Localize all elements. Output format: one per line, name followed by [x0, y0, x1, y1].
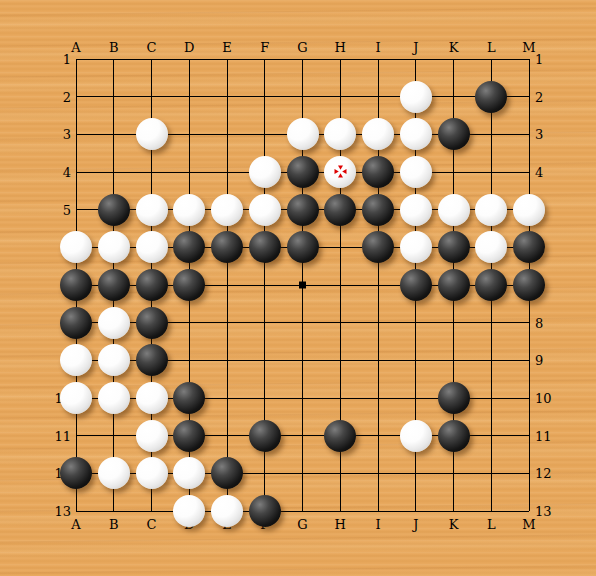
stone-black — [249, 420, 281, 452]
intersection-L3[interactable] — [472, 115, 510, 153]
intersection-B7[interactable] — [95, 266, 133, 304]
intersection-I7[interactable] — [359, 266, 397, 304]
intersection-A1[interactable] — [57, 40, 95, 78]
intersection-I5[interactable] — [359, 191, 397, 229]
intersection-I10[interactable] — [359, 379, 397, 417]
intersection-M13[interactable] — [510, 492, 548, 530]
stone-black — [287, 156, 319, 188]
stone-white — [136, 194, 168, 226]
intersection-C12[interactable] — [133, 454, 171, 492]
intersection-K3[interactable] — [435, 115, 473, 153]
intersection-J5[interactable] — [397, 191, 435, 229]
intersection-E3[interactable] — [208, 115, 246, 153]
intersection-F1[interactable] — [246, 40, 284, 78]
stone-black — [287, 194, 319, 226]
intersection-D13[interactable] — [170, 492, 208, 530]
intersection-M7[interactable] — [510, 266, 548, 304]
intersection-E12[interactable] — [208, 454, 246, 492]
intersection-G2[interactable] — [284, 78, 322, 116]
intersection-D8[interactable] — [170, 304, 208, 342]
stone-white — [98, 382, 130, 414]
intersection-A3[interactable] — [57, 115, 95, 153]
intersection-K10[interactable] — [435, 379, 473, 417]
stone-black — [211, 457, 243, 489]
intersection-G9[interactable] — [284, 341, 322, 379]
intersection-C11[interactable] — [133, 417, 171, 455]
stone-black — [475, 81, 507, 113]
intersection-F10[interactable] — [246, 379, 284, 417]
intersection-B1[interactable] — [95, 40, 133, 78]
intersection-J7[interactable] — [397, 266, 435, 304]
intersection-H12[interactable] — [321, 454, 359, 492]
intersection-G3[interactable] — [284, 115, 322, 153]
stone-white — [475, 231, 507, 263]
stone-black — [438, 420, 470, 452]
stone-black — [173, 231, 205, 263]
stone-black — [438, 269, 470, 301]
intersection-E11[interactable] — [208, 417, 246, 455]
intersection-C6[interactable] — [133, 228, 171, 266]
intersection-D4[interactable] — [170, 153, 208, 191]
intersection-H5[interactable] — [321, 191, 359, 229]
intersection-I9[interactable] — [359, 341, 397, 379]
intersection-A11[interactable] — [57, 417, 95, 455]
intersection-B6[interactable] — [95, 228, 133, 266]
intersection-B3[interactable] — [95, 115, 133, 153]
stone-white — [98, 231, 130, 263]
stone-white — [136, 420, 168, 452]
intersection-L10[interactable] — [472, 379, 510, 417]
stone-black — [249, 231, 281, 263]
intersection-B8[interactable] — [95, 304, 133, 342]
intersection-H1[interactable] — [321, 40, 359, 78]
intersection-J8[interactable] — [397, 304, 435, 342]
intersection-B5[interactable] — [95, 191, 133, 229]
stone-white — [324, 118, 356, 150]
intersection-A2[interactable] — [57, 78, 95, 116]
intersection-H4[interactable] — [321, 153, 359, 191]
stone-black — [362, 231, 394, 263]
intersection-F9[interactable] — [246, 341, 284, 379]
intersection-H6[interactable] — [321, 228, 359, 266]
intersection-B10[interactable] — [95, 379, 133, 417]
last-move-marker — [334, 165, 347, 178]
intersection-G4[interactable] — [284, 153, 322, 191]
intersection-K5[interactable] — [435, 191, 473, 229]
intersection-J1[interactable] — [397, 40, 435, 78]
intersection-G6[interactable] — [284, 228, 322, 266]
stone-black — [324, 194, 356, 226]
intersection-L12[interactable] — [472, 454, 510, 492]
intersection-I8[interactable] — [359, 304, 397, 342]
intersection-G12[interactable] — [284, 454, 322, 492]
stone-white — [400, 231, 432, 263]
go-board[interactable] — [57, 40, 548, 530]
stone-white — [136, 231, 168, 263]
stone-black — [211, 231, 243, 263]
stone-white — [98, 344, 130, 376]
intersection-K1[interactable] — [435, 40, 473, 78]
intersection-B4[interactable] — [95, 153, 133, 191]
intersection-D7[interactable] — [170, 266, 208, 304]
stone-black — [98, 194, 130, 226]
intersection-F6[interactable] — [246, 228, 284, 266]
intersection-E10[interactable] — [208, 379, 246, 417]
intersection-J6[interactable] — [397, 228, 435, 266]
stone-white — [400, 81, 432, 113]
stone-white — [211, 495, 243, 527]
intersection-G11[interactable] — [284, 417, 322, 455]
intersection-M10[interactable] — [510, 379, 548, 417]
intersection-C7[interactable] — [133, 266, 171, 304]
stone-white — [324, 156, 356, 188]
stone-white — [438, 194, 470, 226]
intersection-I11[interactable] — [359, 417, 397, 455]
intersection-F12[interactable] — [246, 454, 284, 492]
intersection-A4[interactable] — [57, 153, 95, 191]
stone-white — [60, 344, 92, 376]
intersection-E13[interactable] — [208, 492, 246, 530]
intersection-D5[interactable] — [170, 191, 208, 229]
intersection-L6[interactable] — [472, 228, 510, 266]
intersection-E9[interactable] — [208, 341, 246, 379]
intersection-J12[interactable] — [397, 454, 435, 492]
intersection-H13[interactable] — [321, 492, 359, 530]
intersection-J4[interactable] — [397, 153, 435, 191]
intersection-M9[interactable] — [510, 341, 548, 379]
intersection-J13[interactable] — [397, 492, 435, 530]
intersection-K11[interactable] — [435, 417, 473, 455]
intersection-E7[interactable] — [208, 266, 246, 304]
intersection-F11[interactable] — [246, 417, 284, 455]
intersection-C10[interactable] — [133, 379, 171, 417]
intersection-L4[interactable] — [472, 153, 510, 191]
stone-black — [136, 307, 168, 339]
intersection-C9[interactable] — [133, 341, 171, 379]
intersection-M5[interactable] — [510, 191, 548, 229]
intersection-D11[interactable] — [170, 417, 208, 455]
stone-white — [475, 194, 507, 226]
intersection-A10[interactable] — [57, 379, 95, 417]
intersection-E1[interactable] — [208, 40, 246, 78]
stone-black — [173, 382, 205, 414]
stone-white — [98, 307, 130, 339]
stone-black — [324, 420, 356, 452]
stone-white — [400, 194, 432, 226]
intersection-J9[interactable] — [397, 341, 435, 379]
stone-white — [136, 457, 168, 489]
stone-black — [173, 420, 205, 452]
stone-white — [98, 457, 130, 489]
intersection-J11[interactable] — [397, 417, 435, 455]
intersection-M1[interactable] — [510, 40, 548, 78]
intersection-L2[interactable] — [472, 78, 510, 116]
stone-white — [287, 118, 319, 150]
stone-black — [60, 307, 92, 339]
intersection-K6[interactable] — [435, 228, 473, 266]
intersection-E5[interactable] — [208, 191, 246, 229]
intersection-H9[interactable] — [321, 341, 359, 379]
intersection-F4[interactable] — [246, 153, 284, 191]
intersection-L7[interactable] — [472, 266, 510, 304]
intersection-D3[interactable] — [170, 115, 208, 153]
intersection-J2[interactable] — [397, 78, 435, 116]
intersection-D6[interactable] — [170, 228, 208, 266]
intersection-E8[interactable] — [208, 304, 246, 342]
stone-black — [98, 269, 130, 301]
stone-black — [513, 231, 545, 263]
intersection-M4[interactable] — [510, 153, 548, 191]
intersection-K12[interactable] — [435, 454, 473, 492]
intersection-H11[interactable] — [321, 417, 359, 455]
intersection-A9[interactable] — [57, 341, 95, 379]
intersection-M3[interactable] — [510, 115, 548, 153]
intersection-F8[interactable] — [246, 304, 284, 342]
intersection-C13[interactable] — [133, 492, 171, 530]
intersection-I1[interactable] — [359, 40, 397, 78]
intersection-I2[interactable] — [359, 78, 397, 116]
stone-black — [136, 269, 168, 301]
intersection-C8[interactable] — [133, 304, 171, 342]
intersection-I12[interactable] — [359, 454, 397, 492]
intersection-I4[interactable] — [359, 153, 397, 191]
intersection-G13[interactable] — [284, 492, 322, 530]
stone-black — [287, 231, 319, 263]
intersection-H2[interactable] — [321, 78, 359, 116]
stone-black — [438, 382, 470, 414]
intersection-K9[interactable] — [435, 341, 473, 379]
stone-white — [173, 194, 205, 226]
stone-black — [438, 118, 470, 150]
intersection-D10[interactable] — [170, 379, 208, 417]
intersection-F13[interactable] — [246, 492, 284, 530]
go-game-screen: { "game": "Go", "board": { "size": 13, "… — [0, 0, 596, 576]
intersection-J3[interactable] — [397, 115, 435, 153]
intersection-G1[interactable] — [284, 40, 322, 78]
intersection-D1[interactable] — [170, 40, 208, 78]
stone-white — [400, 118, 432, 150]
intersection-A8[interactable] — [57, 304, 95, 342]
intersection-A6[interactable] — [57, 228, 95, 266]
stone-white — [211, 194, 243, 226]
intersection-K8[interactable] — [435, 304, 473, 342]
intersection-F3[interactable] — [246, 115, 284, 153]
intersection-C2[interactable] — [133, 78, 171, 116]
intersection-J10[interactable] — [397, 379, 435, 417]
intersection-L13[interactable] — [472, 492, 510, 530]
intersection-L5[interactable] — [472, 191, 510, 229]
stone-white — [60, 231, 92, 263]
stone-black — [60, 457, 92, 489]
intersection-A5[interactable] — [57, 191, 95, 229]
intersection-E6[interactable] — [208, 228, 246, 266]
intersection-C5[interactable] — [133, 191, 171, 229]
stone-black — [362, 156, 394, 188]
stone-black — [475, 269, 507, 301]
intersection-L8[interactable] — [472, 304, 510, 342]
stone-white — [173, 457, 205, 489]
intersection-K2[interactable] — [435, 78, 473, 116]
intersection-G10[interactable] — [284, 379, 322, 417]
intersection-E2[interactable] — [208, 78, 246, 116]
intersection-E4[interactable] — [208, 153, 246, 191]
intersection-F7[interactable] — [246, 266, 284, 304]
stone-black — [136, 344, 168, 376]
intersection-D12[interactable] — [170, 454, 208, 492]
intersection-K7[interactable] — [435, 266, 473, 304]
stone-black — [173, 269, 205, 301]
intersection-B2[interactable] — [95, 78, 133, 116]
intersection-B12[interactable] — [95, 454, 133, 492]
intersection-B9[interactable] — [95, 341, 133, 379]
intersection-M12[interactable] — [510, 454, 548, 492]
stone-white — [249, 194, 281, 226]
intersection-H10[interactable] — [321, 379, 359, 417]
stone-white — [400, 420, 432, 452]
intersection-C4[interactable] — [133, 153, 171, 191]
stone-white — [362, 118, 394, 150]
intersection-H3[interactable] — [321, 115, 359, 153]
intersection-B11[interactable] — [95, 417, 133, 455]
intersection-G7[interactable] — [284, 266, 322, 304]
stone-white — [173, 495, 205, 527]
stone-white — [136, 382, 168, 414]
intersection-L9[interactable] — [472, 341, 510, 379]
intersection-D9[interactable] — [170, 341, 208, 379]
intersection-I6[interactable] — [359, 228, 397, 266]
intersection-A7[interactable] — [57, 266, 95, 304]
intersection-F5[interactable] — [246, 191, 284, 229]
stone-black — [249, 495, 281, 527]
intersection-A12[interactable] — [57, 454, 95, 492]
intersection-K13[interactable] — [435, 492, 473, 530]
intersection-A13[interactable] — [57, 492, 95, 530]
stone-black — [400, 269, 432, 301]
stone-white — [136, 118, 168, 150]
intersection-M8[interactable] — [510, 304, 548, 342]
stone-black — [60, 269, 92, 301]
stone-white — [400, 156, 432, 188]
intersection-L1[interactable] — [472, 40, 510, 78]
intersection-H8[interactable] — [321, 304, 359, 342]
intersection-H7[interactable] — [321, 266, 359, 304]
intersection-G8[interactable] — [284, 304, 322, 342]
intersection-M11[interactable] — [510, 417, 548, 455]
intersection-M2[interactable] — [510, 78, 548, 116]
stone-white — [60, 382, 92, 414]
stone-white — [249, 156, 281, 188]
stone-black — [438, 231, 470, 263]
intersection-C3[interactable] — [133, 115, 171, 153]
intersection-M6[interactable] — [510, 228, 548, 266]
intersection-F2[interactable] — [246, 78, 284, 116]
stone-black — [362, 194, 394, 226]
intersection-C1[interactable] — [133, 40, 171, 78]
intersection-I13[interactable] — [359, 492, 397, 530]
intersection-L11[interactable] — [472, 417, 510, 455]
stone-black — [513, 269, 545, 301]
intersection-K4[interactable] — [435, 153, 473, 191]
intersection-D2[interactable] — [170, 78, 208, 116]
intersection-G5[interactable] — [284, 191, 322, 229]
stone-white — [513, 194, 545, 226]
intersection-B13[interactable] — [95, 492, 133, 530]
intersection-I3[interactable] — [359, 115, 397, 153]
